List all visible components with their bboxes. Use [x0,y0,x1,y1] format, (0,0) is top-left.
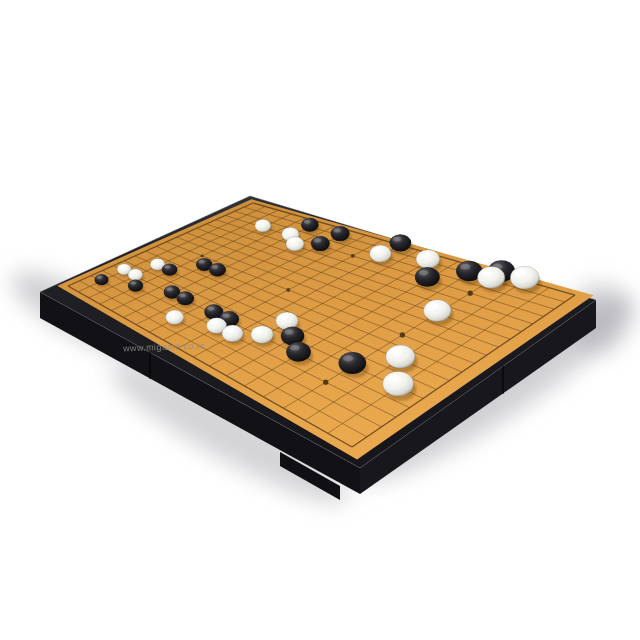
stone-highlight [373,248,381,253]
stone-highlight [343,355,353,361]
stone-highlight [482,270,492,276]
stone-highlight [130,271,136,274]
product-photo: www.migame.co.kr [0,0,640,640]
stone-highlight [388,375,400,382]
stone-highlight [199,260,205,264]
stone-highlight [179,293,186,297]
stone-highlight [222,313,230,317]
stone-highlight [390,349,401,355]
stone-highlight [420,252,429,257]
stone-highlight [428,303,438,309]
star-point [286,288,290,292]
star-point [400,332,405,337]
stone-highlight [279,315,287,320]
stone-highlight [119,265,124,268]
stone-highlight [393,237,401,242]
stone-highlight [257,221,263,225]
stone-highlight [285,329,294,334]
stone-highlight [289,239,296,243]
stone-highlight [419,270,428,276]
stone-highlight [168,312,175,316]
star-point [351,254,355,258]
stone-highlight [212,265,218,269]
stone-highlight [210,320,218,324]
star-point [468,291,473,296]
go-board [0,0,640,640]
stone-highlight [254,328,262,333]
star-point [201,254,204,257]
stone-highlight [164,265,170,268]
stone-highlight [153,260,159,263]
star-point [323,380,328,385]
stone-highlight [207,306,214,310]
stone-highlight [304,220,311,224]
stone-highlight [460,264,470,270]
stone-highlight [97,276,102,279]
stone-highlight [515,270,526,276]
stone-highlight [334,228,341,232]
stone-highlight [130,281,136,284]
stone-highlight [284,229,291,233]
stone-highlight [314,238,321,242]
stone-highlight [225,328,233,333]
stone-highlight [166,287,172,291]
stone-highlight [290,345,299,350]
